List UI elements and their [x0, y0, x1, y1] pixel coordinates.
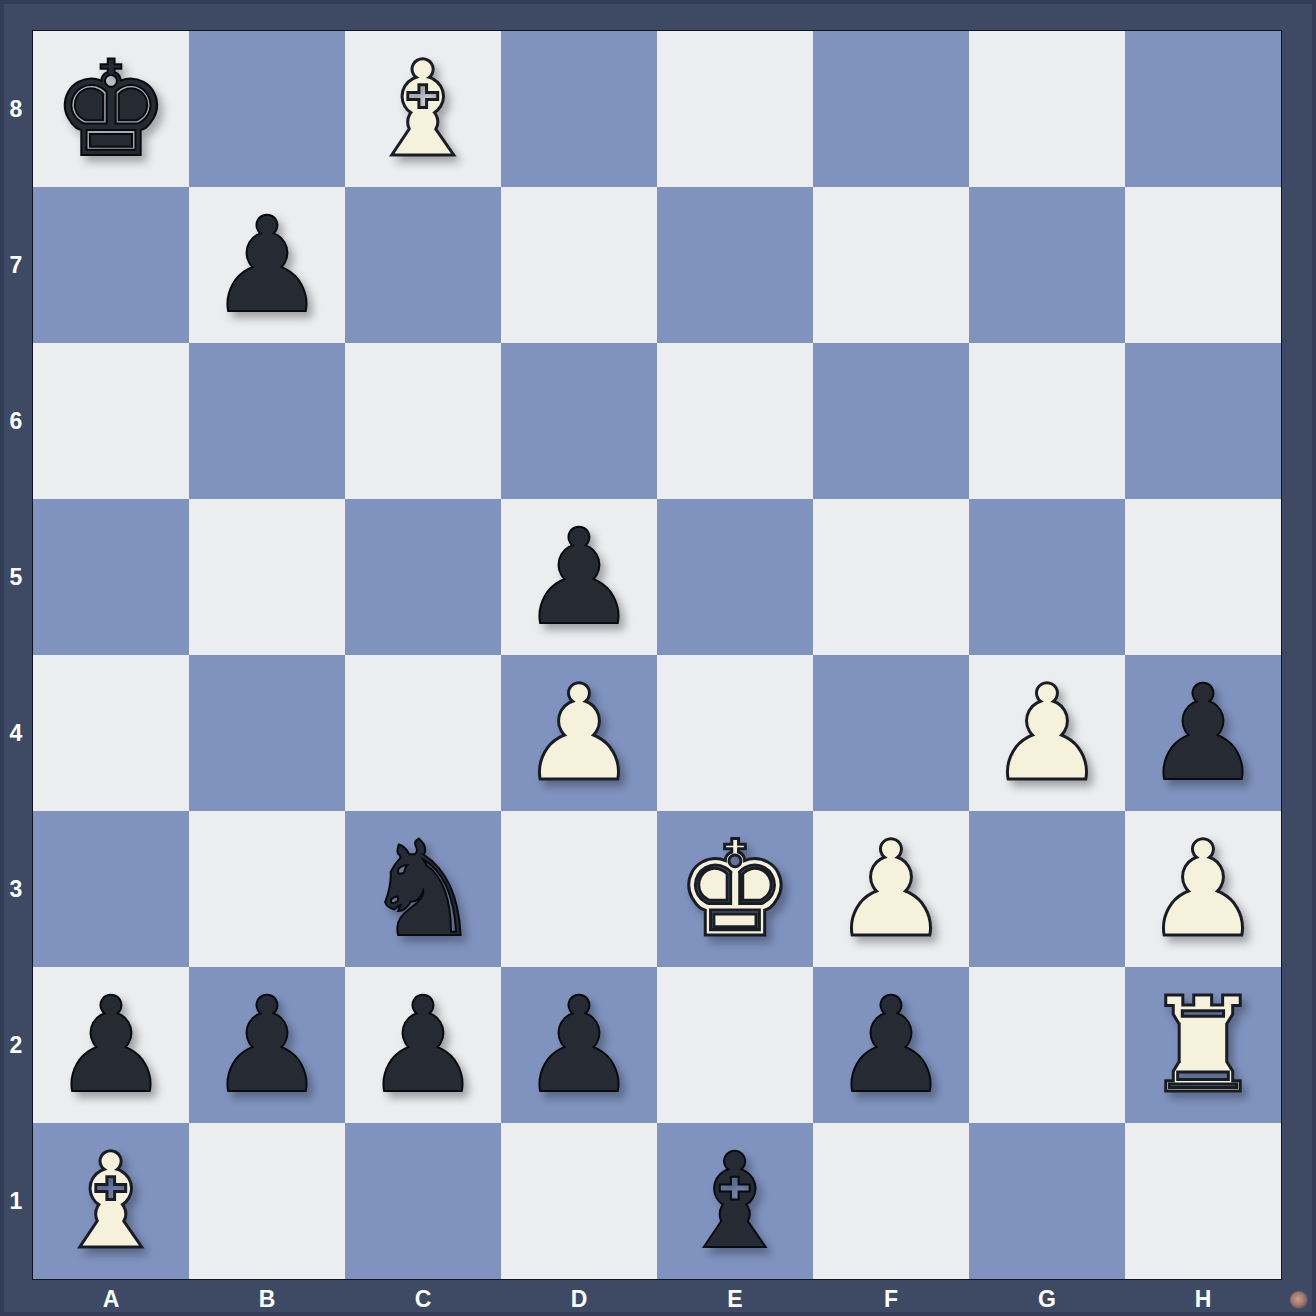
square-f2[interactable]: ♟ [813, 967, 969, 1123]
square-d1[interactable] [501, 1123, 657, 1279]
black-knight[interactable]: ♞ [364, 823, 482, 955]
square-b1[interactable] [189, 1123, 345, 1279]
square-g8[interactable] [969, 31, 1125, 187]
black-pawn[interactable]: ♟ [208, 979, 326, 1111]
square-c2[interactable]: ♟ [345, 967, 501, 1123]
square-h4[interactable]: ♟ [1125, 655, 1281, 811]
square-c8[interactable]: ♝ [345, 31, 501, 187]
square-h5[interactable] [1125, 499, 1281, 655]
white-rook[interactable]: ♜ [1144, 979, 1262, 1111]
rank-label-5: 5 [0, 499, 32, 655]
black-pawn[interactable]: ♟ [520, 511, 638, 643]
square-f6[interactable] [813, 343, 969, 499]
square-e2[interactable] [657, 967, 813, 1123]
square-h2[interactable]: ♜ [1125, 967, 1281, 1123]
file-label-a: A [33, 1282, 189, 1316]
square-a8[interactable]: ♚ [33, 31, 189, 187]
square-c5[interactable] [345, 499, 501, 655]
black-bishop[interactable]: ♝ [676, 1135, 794, 1267]
file-label-g: G [969, 1282, 1125, 1316]
white-pawn[interactable]: ♟ [988, 667, 1106, 799]
square-g5[interactable] [969, 499, 1125, 655]
black-pawn[interactable]: ♟ [520, 979, 638, 1111]
square-a4[interactable] [33, 655, 189, 811]
square-g3[interactable] [969, 811, 1125, 967]
square-c6[interactable] [345, 343, 501, 499]
black-pawn[interactable]: ♟ [832, 979, 950, 1111]
chess-diagram-window: 87654321 ♚♝♟♟♟♟♟♞♚♟♟♟♟♟♟♟♜♝♝ ABCDEFGH [0, 0, 1316, 1316]
black-pawn[interactable]: ♟ [52, 979, 170, 1111]
black-pawn[interactable]: ♟ [208, 199, 326, 331]
square-g1[interactable] [969, 1123, 1125, 1279]
square-a6[interactable] [33, 343, 189, 499]
square-a1[interactable]: ♝ [33, 1123, 189, 1279]
black-pawn[interactable]: ♟ [1144, 667, 1262, 799]
square-f5[interactable] [813, 499, 969, 655]
rank-label-7: 7 [0, 187, 32, 343]
file-label-h: H [1125, 1282, 1281, 1316]
square-f8[interactable] [813, 31, 969, 187]
square-c1[interactable] [345, 1123, 501, 1279]
square-d4[interactable]: ♟ [501, 655, 657, 811]
rank-label-2: 2 [0, 967, 32, 1123]
square-e3[interactable]: ♚ [657, 811, 813, 967]
white-pawn[interactable]: ♟ [1144, 823, 1262, 955]
file-label-d: D [501, 1282, 657, 1316]
square-a7[interactable] [33, 187, 189, 343]
square-h7[interactable] [1125, 187, 1281, 343]
rank-label-6: 6 [0, 343, 32, 499]
square-d5[interactable]: ♟ [501, 499, 657, 655]
square-g7[interactable] [969, 187, 1125, 343]
square-b5[interactable] [189, 499, 345, 655]
square-h1[interactable] [1125, 1123, 1281, 1279]
square-f1[interactable] [813, 1123, 969, 1279]
file-labels: ABCDEFGH [33, 1282, 1281, 1316]
file-label-f: F [813, 1282, 969, 1316]
square-d7[interactable] [501, 187, 657, 343]
square-e5[interactable] [657, 499, 813, 655]
square-f4[interactable] [813, 655, 969, 811]
square-g4[interactable]: ♟ [969, 655, 1125, 811]
square-b4[interactable] [189, 655, 345, 811]
rank-label-8: 8 [0, 31, 32, 187]
square-e4[interactable] [657, 655, 813, 811]
square-e7[interactable] [657, 187, 813, 343]
black-pawn[interactable]: ♟ [364, 979, 482, 1111]
white-bishop[interactable]: ♝ [364, 43, 482, 175]
white-pawn[interactable]: ♟ [520, 667, 638, 799]
square-e8[interactable] [657, 31, 813, 187]
square-c7[interactable] [345, 187, 501, 343]
square-a5[interactable] [33, 499, 189, 655]
square-e6[interactable] [657, 343, 813, 499]
square-d2[interactable]: ♟ [501, 967, 657, 1123]
square-h6[interactable] [1125, 343, 1281, 499]
square-d8[interactable] [501, 31, 657, 187]
square-g6[interactable] [969, 343, 1125, 499]
black-king[interactable]: ♚ [52, 43, 170, 175]
white-pawn[interactable]: ♟ [832, 823, 950, 955]
white-bishop[interactable]: ♝ [52, 1135, 170, 1267]
square-b3[interactable] [189, 811, 345, 967]
square-h3[interactable]: ♟ [1125, 811, 1281, 967]
corner-logo-dot [1290, 1291, 1308, 1309]
file-label-c: C [345, 1282, 501, 1316]
rank-labels: 87654321 [0, 31, 32, 1279]
square-b6[interactable] [189, 343, 345, 499]
file-label-e: E [657, 1282, 813, 1316]
square-e1[interactable]: ♝ [657, 1123, 813, 1279]
square-d6[interactable] [501, 343, 657, 499]
square-a2[interactable]: ♟ [33, 967, 189, 1123]
square-b2[interactable]: ♟ [189, 967, 345, 1123]
square-b7[interactable]: ♟ [189, 187, 345, 343]
square-c3[interactable]: ♞ [345, 811, 501, 967]
rank-label-1: 1 [0, 1123, 32, 1279]
square-f7[interactable] [813, 187, 969, 343]
rank-label-3: 3 [0, 811, 32, 967]
square-b8[interactable] [189, 31, 345, 187]
rank-label-4: 4 [0, 655, 32, 811]
square-d3[interactable] [501, 811, 657, 967]
square-c4[interactable] [345, 655, 501, 811]
file-label-b: B [189, 1282, 345, 1316]
square-h8[interactable] [1125, 31, 1281, 187]
square-g2[interactable] [969, 967, 1125, 1123]
white-king[interactable]: ♚ [676, 823, 794, 955]
chessboard: ♚♝♟♟♟♟♟♞♚♟♟♟♟♟♟♟♜♝♝ [32, 30, 1282, 1280]
square-f3[interactable]: ♟ [813, 811, 969, 967]
square-a3[interactable] [33, 811, 189, 967]
